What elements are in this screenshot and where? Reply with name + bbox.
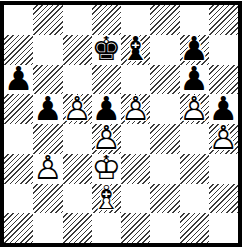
white-king[interactable]: ♚♔ — [92, 154, 121, 184]
square-f7[interactable] — [150, 35, 179, 65]
square-d8[interactable] — [92, 5, 121, 35]
square-d7[interactable]: ♚ — [92, 35, 121, 65]
piece-fill: ♟ — [209, 123, 238, 153]
piece-fill: ♟ — [121, 93, 150, 123]
square-b5[interactable]: ♟ — [33, 94, 62, 124]
square-c6[interactable] — [63, 65, 92, 95]
square-g7[interactable]: ♟ — [180, 35, 209, 65]
piece-fill: ♝ — [92, 183, 121, 213]
square-a7[interactable] — [4, 35, 33, 65]
black-king[interactable]: ♚ — [92, 35, 121, 65]
piece-glyph: ♟ — [209, 93, 238, 123]
square-d1[interactable] — [92, 213, 121, 243]
black-pawn[interactable]: ♟ — [209, 94, 238, 124]
square-f1[interactable] — [150, 213, 179, 243]
square-a3[interactable] — [4, 154, 33, 184]
piece-fill: ♟ — [92, 123, 121, 153]
square-d4[interactable]: ♟♙ — [92, 124, 121, 154]
square-d2[interactable]: ♝♗ — [92, 184, 121, 214]
piece-fill: ♟ — [180, 93, 209, 123]
piece-outline: ♔ — [92, 153, 121, 183]
square-h5[interactable]: ♟ — [209, 94, 238, 124]
square-e8[interactable] — [121, 5, 150, 35]
square-a6[interactable]: ♟ — [4, 65, 33, 95]
piece-glyph: ♟ — [4, 64, 33, 94]
square-h6[interactable] — [209, 65, 238, 95]
square-g6[interactable]: ♟ — [180, 65, 209, 95]
black-pawn[interactable]: ♟ — [180, 35, 209, 65]
square-f4[interactable] — [150, 124, 179, 154]
white-pawn[interactable]: ♟♙ — [63, 94, 92, 124]
piece-outline: ♗ — [92, 183, 121, 213]
piece-glyph: ♟ — [92, 93, 121, 123]
square-d6[interactable] — [92, 65, 121, 95]
square-b6[interactable] — [33, 65, 62, 95]
square-e4[interactable] — [121, 124, 150, 154]
square-e1[interactable] — [121, 213, 150, 243]
square-f5[interactable] — [150, 94, 179, 124]
square-g1[interactable] — [180, 213, 209, 243]
square-d3[interactable]: ♚♔ — [92, 154, 121, 184]
piece-glyph: ♝ — [121, 34, 150, 64]
square-b2[interactable] — [33, 184, 62, 214]
square-a1[interactable] — [4, 213, 33, 243]
square-h4[interactable]: ♟♙ — [209, 124, 238, 154]
square-g8[interactable] — [180, 5, 209, 35]
white-bishop[interactable]: ♝♗ — [92, 184, 121, 214]
square-e3[interactable] — [121, 154, 150, 184]
black-pawn[interactable]: ♟ — [33, 94, 62, 124]
square-h8[interactable] — [209, 5, 238, 35]
square-c2[interactable] — [63, 184, 92, 214]
piece-outline: ♙ — [63, 93, 92, 123]
piece-glyph: ♟ — [33, 93, 62, 123]
square-f6[interactable] — [150, 65, 179, 95]
square-c8[interactable] — [63, 5, 92, 35]
white-pawn[interactable]: ♟♙ — [121, 94, 150, 124]
white-pawn[interactable]: ♟♙ — [33, 154, 62, 184]
square-h1[interactable] — [209, 213, 238, 243]
square-g4[interactable] — [180, 124, 209, 154]
square-a5[interactable] — [4, 94, 33, 124]
white-pawn[interactable]: ♟♙ — [209, 124, 238, 154]
square-a8[interactable] — [4, 5, 33, 35]
square-g2[interactable] — [180, 184, 209, 214]
piece-fill: ♚ — [92, 153, 121, 183]
square-g5[interactable]: ♟♙ — [180, 94, 209, 124]
square-b1[interactable] — [33, 213, 62, 243]
square-f3[interactable] — [150, 154, 179, 184]
square-c4[interactable] — [63, 124, 92, 154]
piece-outline: ♙ — [121, 93, 150, 123]
square-e7[interactable]: ♝ — [121, 35, 150, 65]
square-h7[interactable] — [209, 35, 238, 65]
square-h3[interactable] — [209, 154, 238, 184]
square-f8[interactable] — [150, 5, 179, 35]
square-f2[interactable] — [150, 184, 179, 214]
piece-outline: ♙ — [33, 153, 62, 183]
square-c3[interactable] — [63, 154, 92, 184]
square-c7[interactable] — [63, 35, 92, 65]
white-pawn[interactable]: ♟♙ — [92, 124, 121, 154]
piece-glyph: ♟ — [180, 34, 209, 64]
square-b7[interactable] — [33, 35, 62, 65]
square-c5[interactable]: ♟♙ — [63, 94, 92, 124]
black-pawn[interactable]: ♟ — [92, 94, 121, 124]
chess-board: ♚♝♟♟♟♟♟♙♟♟♙♟♙♟♟♙♟♙♟♙♚♔♝♗ — [4, 5, 238, 243]
piece-fill: ♟ — [33, 153, 62, 183]
piece-outline: ♙ — [209, 123, 238, 153]
square-d5[interactable]: ♟ — [92, 94, 121, 124]
chess-diagram: ♚♝♟♟♟♟♟♙♟♟♙♟♙♟♟♙♟♙♟♙♚♔♝♗ — [0, 0, 246, 251]
square-c1[interactable] — [63, 213, 92, 243]
square-a2[interactable] — [4, 184, 33, 214]
piece-glyph: ♟ — [180, 64, 209, 94]
square-e6[interactable] — [121, 65, 150, 95]
square-g3[interactable] — [180, 154, 209, 184]
black-pawn[interactable]: ♟ — [180, 65, 209, 95]
board-frame: ♚♝♟♟♟♟♟♙♟♟♙♟♙♟♟♙♟♙♟♙♚♔♝♗ — [0, 1, 242, 247]
piece-outline: ♙ — [92, 123, 121, 153]
white-pawn[interactable]: ♟♙ — [180, 94, 209, 124]
square-a4[interactable] — [4, 124, 33, 154]
square-h2[interactable] — [209, 184, 238, 214]
square-e2[interactable] — [121, 184, 150, 214]
piece-fill: ♟ — [63, 93, 92, 123]
square-b3[interactable]: ♟♙ — [33, 154, 62, 184]
piece-outline: ♙ — [180, 93, 209, 123]
square-b8[interactable] — [33, 5, 62, 35]
black-bishop[interactable]: ♝ — [121, 35, 150, 65]
square-b4[interactable] — [33, 124, 62, 154]
piece-glyph: ♚ — [92, 34, 121, 64]
square-e5[interactable]: ♟♙ — [121, 94, 150, 124]
black-pawn[interactable]: ♟ — [4, 65, 33, 95]
